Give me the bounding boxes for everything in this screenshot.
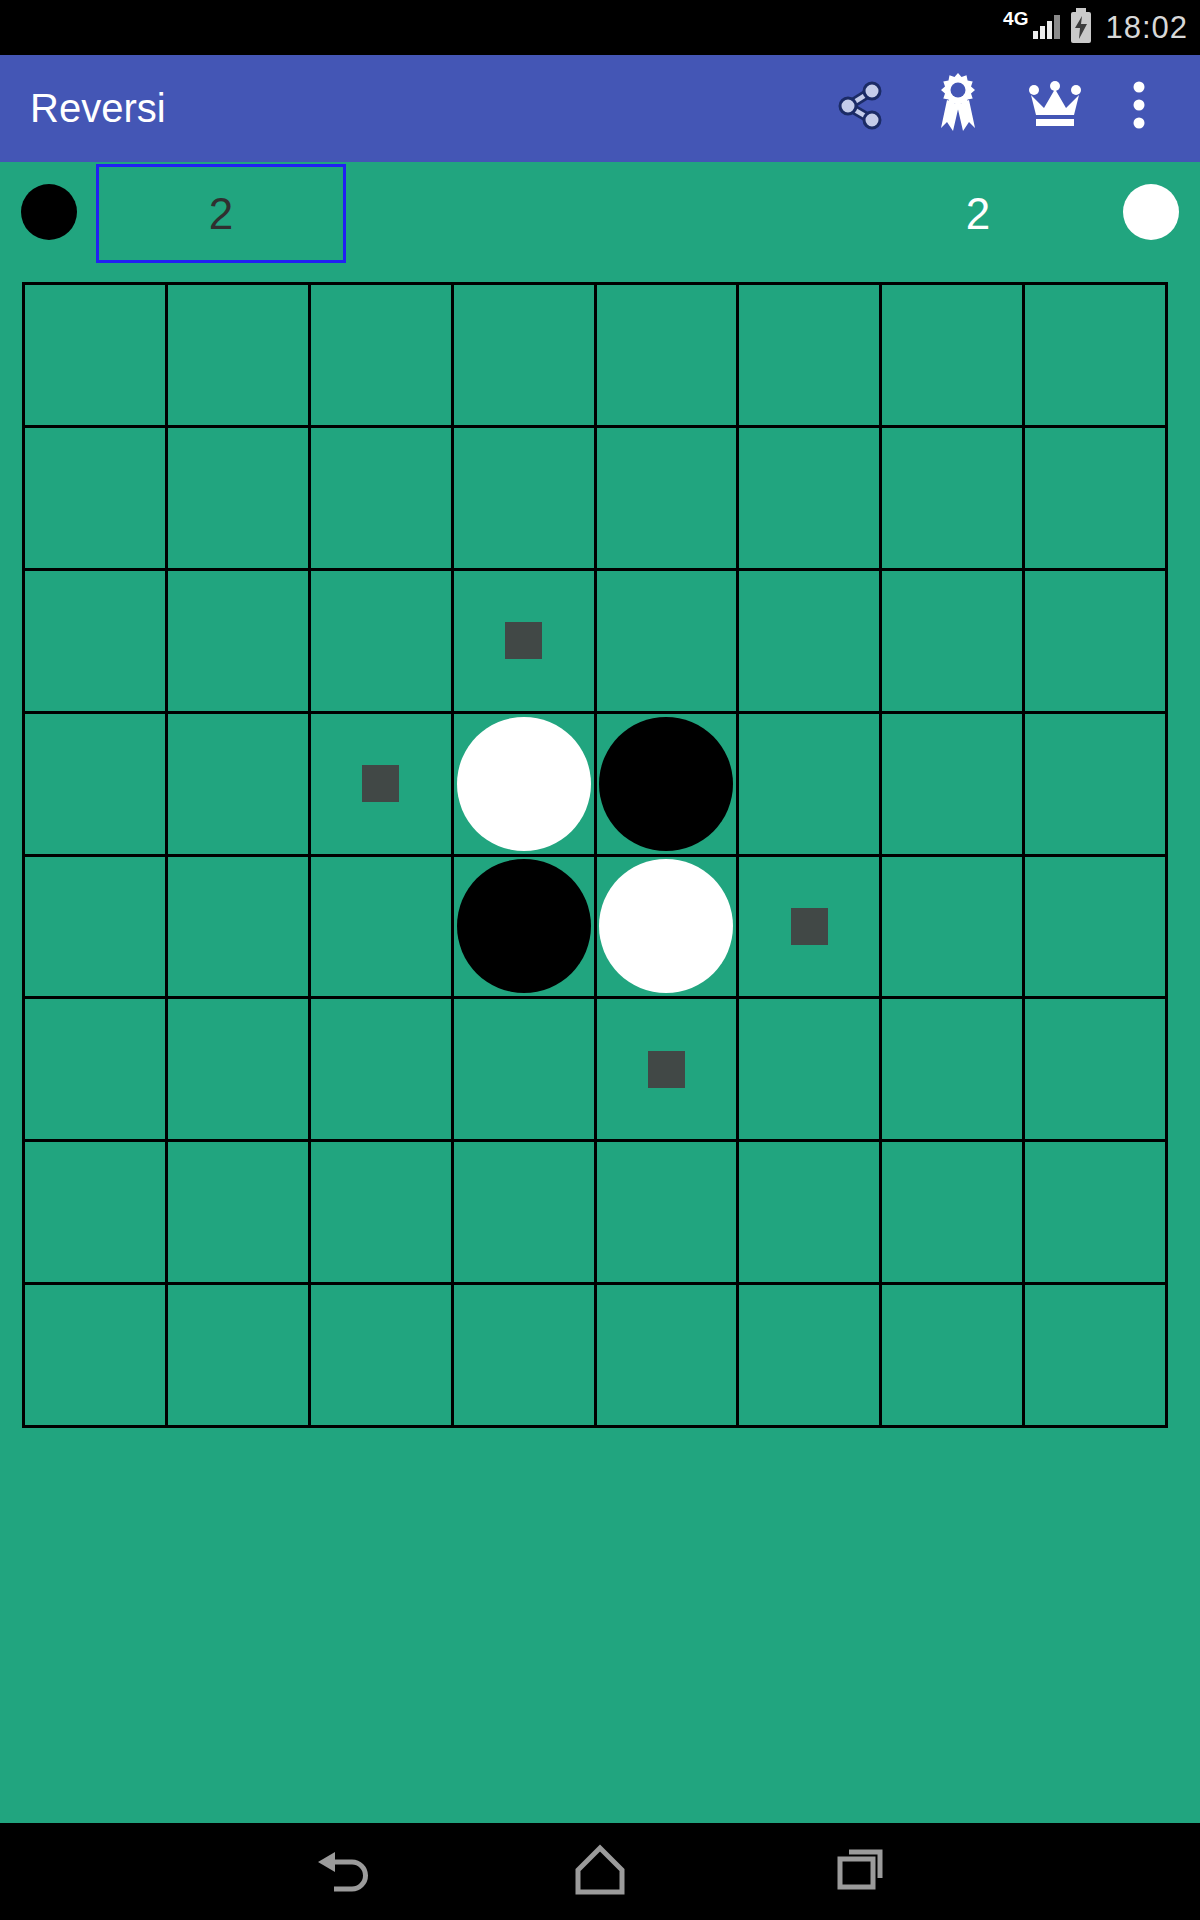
cell-d7[interactable] bbox=[454, 1142, 594, 1282]
cell-c6[interactable] bbox=[311, 999, 451, 1139]
cell-b2[interactable] bbox=[168, 428, 308, 568]
network-type-label: 4G bbox=[1003, 8, 1028, 30]
recents-icon bbox=[835, 1884, 887, 1899]
cell-g8[interactable] bbox=[882, 1285, 1022, 1425]
cell-a4[interactable] bbox=[25, 714, 165, 854]
cell-e6[interactable] bbox=[597, 999, 737, 1139]
cell-e1[interactable] bbox=[597, 285, 737, 425]
cell-f2[interactable] bbox=[739, 428, 879, 568]
cell-g4[interactable] bbox=[882, 714, 1022, 854]
signal-strength-icon bbox=[1032, 12, 1062, 44]
cell-b6[interactable] bbox=[168, 999, 308, 1139]
black-disc bbox=[457, 859, 591, 993]
cell-g5[interactable] bbox=[882, 857, 1022, 997]
cell-h1[interactable] bbox=[1025, 285, 1165, 425]
cell-b5[interactable] bbox=[168, 857, 308, 997]
cell-b7[interactable] bbox=[168, 1142, 308, 1282]
cell-a1[interactable] bbox=[25, 285, 165, 425]
cell-d5[interactable] bbox=[454, 857, 594, 997]
crown-icon bbox=[1027, 117, 1083, 132]
cell-f7[interactable] bbox=[739, 1142, 879, 1282]
cell-f3[interactable] bbox=[739, 571, 879, 711]
cell-a6[interactable] bbox=[25, 999, 165, 1139]
cell-h3[interactable] bbox=[1025, 571, 1165, 711]
white-disc bbox=[599, 859, 733, 993]
black-disc bbox=[599, 717, 733, 851]
cell-e4[interactable] bbox=[597, 714, 737, 854]
cell-f5[interactable] bbox=[739, 857, 879, 997]
share-button[interactable] bbox=[834, 79, 886, 131]
cell-g7[interactable] bbox=[882, 1142, 1022, 1282]
cell-c4[interactable] bbox=[311, 714, 451, 854]
share-icon bbox=[834, 119, 886, 134]
cell-f4[interactable] bbox=[739, 714, 879, 854]
legal-move-hint[interactable] bbox=[362, 765, 399, 802]
cell-g2[interactable] bbox=[882, 428, 1022, 568]
cell-c5[interactable] bbox=[311, 857, 451, 997]
cell-b4[interactable] bbox=[168, 714, 308, 854]
cell-c1[interactable] bbox=[311, 285, 451, 425]
cell-c8[interactable] bbox=[311, 1285, 451, 1425]
legal-move-hint[interactable] bbox=[505, 622, 542, 659]
award-ribbon-icon bbox=[932, 123, 984, 138]
cell-h7[interactable] bbox=[1025, 1142, 1165, 1282]
recents-button[interactable] bbox=[835, 1844, 887, 1896]
legal-move-hint[interactable] bbox=[648, 1051, 685, 1088]
cell-b8[interactable] bbox=[168, 1285, 308, 1425]
cell-d3[interactable] bbox=[454, 571, 594, 711]
white-disc bbox=[457, 717, 591, 851]
status-bar: 4G 18:02 bbox=[0, 0, 1200, 55]
cell-g1[interactable] bbox=[882, 285, 1022, 425]
legal-move-hint[interactable] bbox=[791, 908, 828, 945]
app-title: Reversi bbox=[30, 55, 166, 162]
cell-b1[interactable] bbox=[168, 285, 308, 425]
cell-a7[interactable] bbox=[25, 1142, 165, 1282]
cell-g6[interactable] bbox=[882, 999, 1022, 1139]
cell-d8[interactable] bbox=[454, 1285, 594, 1425]
black-turn-indicator-box: 2 bbox=[96, 164, 346, 263]
back-button[interactable] bbox=[308, 1849, 376, 1893]
cell-f1[interactable] bbox=[739, 285, 879, 425]
cell-d2[interactable] bbox=[454, 428, 594, 568]
cell-a5[interactable] bbox=[25, 857, 165, 997]
cell-e8[interactable] bbox=[597, 1285, 737, 1425]
home-button[interactable] bbox=[574, 1844, 626, 1896]
cell-h2[interactable] bbox=[1025, 428, 1165, 568]
board bbox=[22, 282, 1168, 1428]
cell-h5[interactable] bbox=[1025, 857, 1165, 997]
cell-f6[interactable] bbox=[739, 999, 879, 1139]
cell-g3[interactable] bbox=[882, 571, 1022, 711]
achievements-button[interactable] bbox=[932, 69, 984, 135]
cell-e3[interactable] bbox=[597, 571, 737, 711]
cell-d1[interactable] bbox=[454, 285, 594, 425]
cell-d4[interactable] bbox=[454, 714, 594, 854]
cell-a2[interactable] bbox=[25, 428, 165, 568]
white-player-disc bbox=[1123, 184, 1179, 240]
cell-a8[interactable] bbox=[25, 1285, 165, 1425]
overflow-menu-icon bbox=[1131, 119, 1147, 134]
battery-charging-icon bbox=[1069, 8, 1093, 48]
black-score: 2 bbox=[209, 189, 233, 239]
cell-e5[interactable] bbox=[597, 857, 737, 997]
navigation-bar bbox=[0, 1823, 1200, 1920]
home-icon bbox=[574, 1884, 626, 1899]
cell-a3[interactable] bbox=[25, 571, 165, 711]
cell-h8[interactable] bbox=[1025, 1285, 1165, 1425]
leaderboard-button[interactable] bbox=[1027, 81, 1083, 129]
app-bar: Reversi bbox=[0, 55, 1200, 162]
cell-f8[interactable] bbox=[739, 1285, 879, 1425]
black-player-disc bbox=[21, 184, 77, 240]
cell-h4[interactable] bbox=[1025, 714, 1165, 854]
cell-b3[interactable] bbox=[168, 571, 308, 711]
cell-e7[interactable] bbox=[597, 1142, 737, 1282]
cell-h6[interactable] bbox=[1025, 999, 1165, 1139]
cell-c3[interactable] bbox=[311, 571, 451, 711]
cell-c7[interactable] bbox=[311, 1142, 451, 1282]
back-icon bbox=[308, 1881, 376, 1896]
overflow-menu-button[interactable] bbox=[1131, 79, 1147, 131]
cell-c2[interactable] bbox=[311, 428, 451, 568]
cell-e2[interactable] bbox=[597, 428, 737, 568]
reversi-app-screen: 4G 18:02 Reversi bbox=[0, 0, 1200, 1920]
clock: 18:02 bbox=[1105, 10, 1188, 46]
cell-d6[interactable] bbox=[454, 999, 594, 1139]
white-score: 2 bbox=[930, 164, 1026, 263]
